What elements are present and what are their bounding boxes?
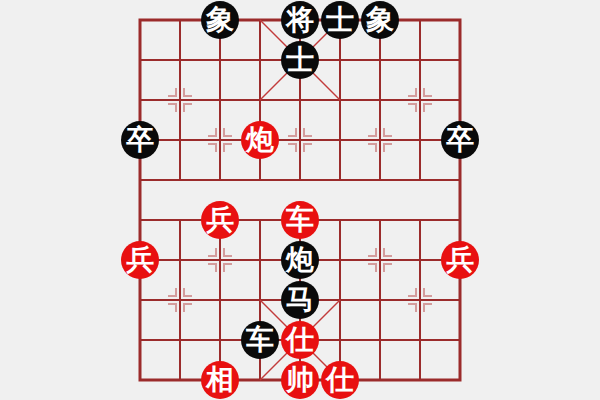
- piece-red-general[interactable]: 帅: [281, 361, 319, 399]
- piece-grid: 象将士象士卒炮卒兵车兵炮兵马车仕相帅仕: [120, 0, 480, 400]
- piece-red-cannon[interactable]: 炮: [241, 121, 279, 159]
- xiangqi-board-screen: 象将士象士卒炮卒兵车兵炮兵马车仕相帅仕: [0, 0, 600, 400]
- piece-black-pawn[interactable]: 卒: [121, 121, 159, 159]
- piece-black-elephant[interactable]: 象: [201, 1, 239, 39]
- piece-red-pawn[interactable]: 兵: [121, 241, 159, 279]
- piece-black-pawn[interactable]: 卒: [441, 121, 479, 159]
- piece-red-chariot[interactable]: 车: [281, 201, 319, 239]
- piece-black-advisor[interactable]: 士: [321, 1, 359, 39]
- piece-red-elephant[interactable]: 相: [201, 361, 239, 399]
- piece-black-general[interactable]: 将: [281, 1, 319, 39]
- piece-black-advisor[interactable]: 士: [281, 41, 319, 79]
- piece-red-pawn[interactable]: 兵: [201, 201, 239, 239]
- piece-red-advisor[interactable]: 仕: [321, 361, 359, 399]
- piece-black-chariot[interactable]: 车: [241, 321, 279, 359]
- piece-red-advisor[interactable]: 仕: [281, 321, 319, 359]
- piece-black-horse[interactable]: 马: [281, 281, 319, 319]
- piece-black-cannon[interactable]: 炮: [281, 241, 319, 279]
- piece-red-pawn[interactable]: 兵: [441, 241, 479, 279]
- piece-black-elephant[interactable]: 象: [361, 1, 399, 39]
